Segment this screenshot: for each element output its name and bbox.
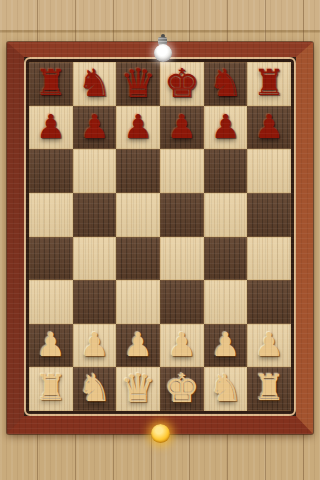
square-b5[interactable] — [73, 193, 117, 237]
square-f8[interactable]: ♜ — [247, 62, 291, 106]
square-d3[interactable] — [160, 280, 204, 324]
square-a6[interactable] — [29, 149, 73, 193]
black-pawn: ♟ — [211, 110, 241, 143]
black-queen: ♛ — [120, 63, 156, 103]
white-pawn: ♟ — [123, 328, 153, 361]
black-knight: ♞ — [77, 64, 111, 102]
square-b1[interactable]: ♞ — [73, 367, 117, 411]
square-a5[interactable] — [29, 193, 73, 237]
square-e8[interactable]: ♞ — [204, 62, 248, 106]
white-knight: ♞ — [208, 369, 242, 407]
square-d4[interactable] — [160, 237, 204, 281]
square-e4[interactable] — [204, 237, 248, 281]
square-f2[interactable]: ♟ — [247, 324, 291, 368]
black-rook: ♜ — [35, 65, 67, 101]
square-a1[interactable]: ♜ — [29, 367, 73, 411]
square-f6[interactable] — [247, 149, 291, 193]
square-c4[interactable] — [116, 237, 160, 281]
square-b3[interactable] — [73, 280, 117, 324]
chess-app-screen: ♜♞♛♚♞♜♟♟♟♟♟♟♟♟♟♟♟♟♜♞♛♚♞♜ — [0, 0, 320, 480]
square-c3[interactable] — [116, 280, 160, 324]
light-bulb-icon — [154, 44, 172, 62]
white-rook: ♜ — [35, 370, 67, 406]
square-e2[interactable]: ♟ — [204, 324, 248, 368]
square-d6[interactable] — [160, 149, 204, 193]
white-pawn: ♟ — [36, 328, 66, 361]
square-a8[interactable]: ♜ — [29, 62, 73, 106]
square-b2[interactable]: ♟ — [73, 324, 117, 368]
black-pawn: ♟ — [80, 110, 110, 143]
square-e7[interactable]: ♟ — [204, 106, 248, 150]
white-king: ♚ — [164, 368, 200, 408]
square-b8[interactable]: ♞ — [73, 62, 117, 106]
square-e1[interactable]: ♞ — [204, 367, 248, 411]
square-b6[interactable] — [73, 149, 117, 193]
square-f7[interactable]: ♟ — [247, 106, 291, 150]
white-pawn: ♟ — [80, 328, 110, 361]
white-pawn: ♟ — [167, 328, 197, 361]
black-rook: ♜ — [253, 65, 285, 101]
hint-bulb-button[interactable] — [153, 34, 172, 63]
square-c6[interactable] — [116, 149, 160, 193]
square-e6[interactable] — [204, 149, 248, 193]
square-b4[interactable] — [73, 237, 117, 281]
square-c1[interactable]: ♛ — [116, 367, 160, 411]
square-e5[interactable] — [204, 193, 248, 237]
board-inner-lip: ♜♞♛♚♞♜♟♟♟♟♟♟♟♟♟♟♟♟♜♞♛♚♞♜ — [24, 57, 296, 416]
white-queen: ♛ — [120, 368, 156, 408]
black-king: ♚ — [164, 63, 200, 103]
square-f3[interactable] — [247, 280, 291, 324]
square-a2[interactable]: ♟ — [29, 324, 73, 368]
square-c7[interactable]: ♟ — [116, 106, 160, 150]
white-knight: ♞ — [77, 369, 111, 407]
square-a4[interactable] — [29, 237, 73, 281]
board-frame: ♜♞♛♚♞♜♟♟♟♟♟♟♟♟♟♟♟♟♜♞♛♚♞♜ — [7, 42, 313, 434]
turn-indicator-lamp — [151, 424, 170, 443]
black-knight: ♞ — [208, 64, 242, 102]
square-f4[interactable] — [247, 237, 291, 281]
square-d2[interactable]: ♟ — [160, 324, 204, 368]
square-a7[interactable]: ♟ — [29, 106, 73, 150]
square-e3[interactable] — [204, 280, 248, 324]
square-f5[interactable] — [247, 193, 291, 237]
black-pawn: ♟ — [254, 110, 284, 143]
white-pawn: ♟ — [254, 328, 284, 361]
square-c8[interactable]: ♛ — [116, 62, 160, 106]
square-f1[interactable]: ♜ — [247, 367, 291, 411]
square-d8[interactable]: ♚ — [160, 62, 204, 106]
white-pawn: ♟ — [211, 328, 241, 361]
square-a3[interactable] — [29, 280, 73, 324]
board: ♜♞♛♚♞♜♟♟♟♟♟♟♟♟♟♟♟♟♜♞♛♚♞♜ — [29, 62, 291, 411]
black-pawn: ♟ — [36, 110, 66, 143]
square-d5[interactable] — [160, 193, 204, 237]
square-d7[interactable]: ♟ — [160, 106, 204, 150]
square-c2[interactable]: ♟ — [116, 324, 160, 368]
square-d1[interactable]: ♚ — [160, 367, 204, 411]
black-pawn: ♟ — [123, 110, 153, 143]
square-c5[interactable] — [116, 193, 160, 237]
black-pawn: ♟ — [167, 110, 197, 143]
white-rook: ♜ — [253, 370, 285, 406]
square-b7[interactable]: ♟ — [73, 106, 117, 150]
